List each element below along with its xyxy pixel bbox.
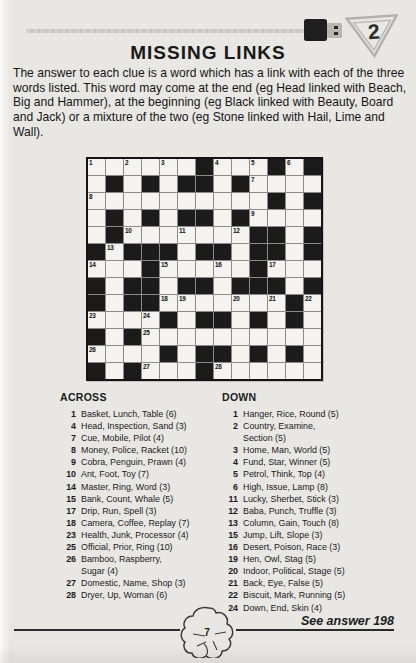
white-cell[interactable]: 10 [124, 227, 141, 243]
across-heading: ACROSS [60, 391, 216, 403]
black-cell [106, 176, 123, 192]
white-cell[interactable] [304, 261, 321, 277]
black-cell [196, 312, 213, 328]
down-heading: DOWN [222, 391, 402, 403]
white-cell[interactable] [178, 329, 195, 345]
black-cell [196, 346, 213, 362]
cell-number: 24 [143, 312, 150, 320]
clue-text: Dryer, Up, Woman (6) [81, 589, 216, 601]
white-cell[interactable]: 28 [214, 363, 231, 379]
white-cell[interactable] [160, 329, 177, 345]
cell-number: 6 [287, 159, 290, 167]
clue-number: 14 [58, 481, 81, 493]
clue-text: Country, Examine,Section (5) [243, 420, 402, 444]
clue-text: Home, Man, World (5) [243, 444, 402, 456]
clue-item: 20Indoor, Political, Stage (5) [220, 565, 402, 577]
clue-item: 10Ant, Foot, Toy (7) [58, 468, 216, 480]
black-cell [304, 244, 321, 260]
black-cell [142, 176, 159, 192]
black-cell [124, 363, 141, 379]
clue-item: 14Master, Ring, Word (3) [58, 481, 216, 493]
clue-item: 4Fund, Star, Winner (5) [220, 456, 402, 468]
white-cell[interactable] [286, 227, 303, 243]
black-cell [196, 159, 213, 175]
white-cell[interactable] [196, 295, 213, 311]
clue-number: 12 [220, 505, 243, 517]
clue-item: 2Country, Examine,Section (5) [220, 420, 402, 444]
white-cell[interactable] [250, 363, 267, 379]
clue-number: 4 [220, 456, 243, 468]
black-cell [178, 176, 195, 192]
black-cell [142, 295, 159, 311]
cell-number: 3 [161, 159, 164, 167]
black-cell [250, 346, 267, 362]
white-cell[interactable] [196, 329, 213, 345]
white-cell[interactable] [232, 159, 249, 175]
black-cell [178, 278, 195, 294]
white-cell[interactable] [124, 176, 141, 192]
white-cell[interactable] [286, 261, 303, 277]
clue-item: 3Home, Man, World (5) [220, 444, 402, 456]
clue-text: Hanger, Rice, Round (5) [243, 408, 402, 420]
clue-number: 5 [220, 468, 243, 480]
clue-text: Domestic, Name, Shop (3) [81, 577, 216, 589]
black-cell [232, 176, 249, 192]
clue-number: 27 [58, 577, 81, 589]
black-cell [88, 244, 105, 260]
cell-number: 4 [215, 159, 218, 167]
leaf-page-number-icon: 7 [179, 606, 237, 658]
white-cell[interactable] [268, 346, 285, 362]
clue-text: Hen, Owl, Stag (5) [243, 553, 402, 565]
clue-item: 8Money, Police, Racket (10) [58, 444, 216, 456]
white-cell[interactable] [142, 227, 159, 243]
clue-text: Down, End, Skin (4) [243, 602, 402, 614]
white-cell[interactable] [232, 244, 249, 260]
white-cell[interactable] [286, 244, 303, 260]
black-cell [286, 312, 303, 328]
cell-number: 27 [143, 363, 150, 371]
white-cell[interactable] [88, 210, 105, 226]
black-cell [160, 312, 177, 328]
black-cell [268, 227, 285, 243]
black-cell [304, 278, 321, 294]
black-cell [124, 244, 141, 260]
white-cell[interactable] [214, 278, 231, 294]
clue-text: Petrol, Think, Top (4) [243, 468, 402, 480]
black-cell [232, 210, 249, 226]
cell-number: 20 [233, 295, 240, 303]
white-cell[interactable]: 4 [214, 159, 231, 175]
clue-number: 13 [220, 517, 243, 529]
white-cell[interactable] [160, 363, 177, 379]
white-cell[interactable] [214, 176, 231, 192]
cell-number: 7 [251, 176, 254, 184]
footer-rule-right [236, 629, 394, 631]
white-cell[interactable]: 26 [88, 346, 105, 362]
clue-number: 10 [58, 468, 81, 480]
clue-text: Official, Prior, Ring (10) [81, 541, 216, 553]
white-cell[interactable]: 15 [160, 261, 177, 277]
white-cell[interactable]: 5 [250, 159, 267, 175]
clue-text: Bank, Count, Whale (5) [81, 493, 216, 505]
cell-number: 13 [107, 244, 114, 252]
white-cell[interactable] [178, 261, 195, 277]
white-cell[interactable] [106, 312, 123, 328]
clue-item: 23Health, Junk, Processor (4) [58, 529, 216, 541]
black-cell [196, 210, 213, 226]
white-cell[interactable] [160, 176, 177, 192]
white-cell[interactable] [286, 210, 303, 226]
black-cell [142, 244, 159, 260]
clue-item: 24Down, End, Skin (4) [220, 602, 402, 614]
white-cell[interactable] [268, 176, 285, 192]
white-cell[interactable] [232, 329, 249, 345]
white-cell[interactable] [232, 312, 249, 328]
clue-text: Baba, Punch, Truffle (3) [243, 505, 402, 517]
clue-number: 9 [58, 456, 81, 468]
white-cell[interactable] [268, 312, 285, 328]
white-cell[interactable] [160, 227, 177, 243]
black-cell [124, 278, 141, 294]
black-cell [250, 244, 267, 260]
footer-rule-left [14, 629, 180, 631]
clue-number: 21 [220, 577, 243, 589]
white-cell[interactable] [232, 261, 249, 277]
black-cell [268, 244, 285, 260]
page-edge-curl [0, 0, 10, 663]
clue-item: 1Hanger, Rice, Round (5) [220, 408, 402, 420]
cell-number: 23 [89, 312, 96, 320]
white-cell[interactable] [286, 176, 303, 192]
across-clue-list: 1Basket, Lunch, Table (6)4Head, Inspecti… [58, 408, 216, 602]
clue-number: 26 [58, 553, 81, 577]
cell-number: 16 [215, 261, 222, 269]
cell-number: 22 [305, 295, 312, 303]
black-cell [214, 346, 231, 362]
clue-item: 18Camera, Coffee, Replay (7) [58, 517, 216, 529]
black-cell [304, 159, 321, 175]
cell-number: 25 [143, 329, 150, 337]
clue-item: 17Drip, Run, Spell (3) [58, 505, 216, 517]
cell-number: 28 [215, 363, 222, 371]
clue-number: 28 [58, 589, 81, 601]
white-cell[interactable] [232, 193, 249, 209]
white-cell[interactable]: 12 [232, 227, 249, 243]
white-cell[interactable]: 11 [178, 227, 195, 243]
black-cell [250, 227, 267, 243]
white-cell[interactable]: 27 [142, 363, 159, 379]
clue-item: 5Petrol, Think, Top (4) [220, 468, 402, 480]
puzzle-instructions: The answer to each clue is a word which … [13, 66, 408, 140]
cell-number: 11 [179, 227, 185, 235]
cell-number: 18 [161, 295, 168, 303]
white-cell[interactable] [196, 261, 213, 277]
white-cell[interactable] [214, 193, 231, 209]
clue-text: Drip, Run, Spell (3) [81, 505, 216, 517]
clue-text: Indoor, Political, Stage (5) [243, 565, 402, 577]
white-cell[interactable]: 14 [88, 261, 105, 277]
white-cell[interactable] [106, 363, 123, 379]
clue-text: Head, Inspection, Sand (3) [81, 420, 216, 432]
see-answer-note: See answer 198 [301, 614, 394, 628]
clue-number: 18 [58, 517, 81, 529]
black-cell [268, 278, 285, 294]
white-cell[interactable] [124, 312, 141, 328]
clue-text: Camera, Coffee, Replay (7) [81, 517, 216, 529]
white-cell[interactable]: 9 [250, 210, 267, 226]
white-cell[interactable] [178, 244, 195, 260]
black-cell [214, 244, 231, 260]
white-cell[interactable] [106, 346, 123, 362]
clue-item: 25Official, Prior, Ring (10) [58, 541, 216, 553]
clue-number: 7 [58, 432, 81, 444]
clue-item: 7Cue, Mobile, Pilot (4) [58, 432, 216, 444]
cell-number: 21 [269, 295, 276, 303]
white-cell[interactable] [106, 159, 123, 175]
white-cell[interactable]: 17 [268, 261, 285, 277]
cell-number: 19 [179, 295, 186, 303]
clue-item: 15Bank, Count, Whale (5) [58, 493, 216, 505]
white-cell[interactable] [268, 363, 285, 379]
white-cell[interactable]: 13 [106, 244, 123, 260]
white-cell[interactable]: 1 [88, 159, 105, 175]
clue-text: Cue, Mobile, Pilot (4) [81, 432, 216, 444]
white-cell[interactable]: 22 [304, 295, 321, 311]
white-cell[interactable]: 8 [88, 193, 105, 209]
clue-item: 16Desert, Poison, Race (3) [220, 541, 402, 553]
clue-item: 11Lucky, Sherbet, Stick (3) [220, 493, 402, 505]
clue-number: 1 [58, 408, 81, 420]
black-cell [250, 278, 267, 294]
clue-text: Jump, Lift, Slope (3) [243, 529, 402, 541]
white-cell[interactable] [160, 210, 177, 226]
white-cell[interactable] [304, 210, 321, 226]
white-cell[interactable] [304, 363, 321, 379]
white-cell[interactable] [268, 329, 285, 345]
black-cell [214, 312, 231, 328]
white-cell[interactable] [286, 278, 303, 294]
black-cell [124, 329, 141, 345]
clue-item: 12Baba, Punch, Truffle (3) [220, 505, 402, 517]
white-cell[interactable] [214, 329, 231, 345]
white-cell[interactable] [124, 261, 141, 277]
white-cell[interactable] [178, 193, 195, 209]
white-cell[interactable] [214, 227, 231, 243]
black-cell [124, 295, 141, 311]
white-cell[interactable] [286, 193, 303, 209]
cell-number: 12 [233, 227, 240, 235]
cell-number: 10 [125, 227, 132, 235]
white-cell[interactable] [106, 261, 123, 277]
clue-number: 3 [220, 444, 243, 456]
white-cell[interactable] [178, 312, 195, 328]
cell-number: 2 [125, 159, 128, 167]
clue-item: 21Back, Eye, False (5) [220, 577, 402, 589]
cell-number: 9 [251, 210, 254, 218]
clue-item: 6High, Issue, Lamp (8) [220, 481, 402, 493]
clue-number: 11 [220, 493, 243, 505]
white-cell[interactable] [214, 295, 231, 311]
black-cell [196, 244, 213, 260]
white-cell[interactable]: 16 [214, 261, 231, 277]
white-cell[interactable] [286, 329, 303, 345]
clue-text: Desert, Poison, Race (3) [243, 541, 402, 553]
clue-number: 6 [220, 481, 243, 493]
usb-cable-line [26, 29, 306, 33]
white-cell[interactable]: 2 [124, 159, 141, 175]
white-cell[interactable] [250, 193, 267, 209]
white-cell[interactable] [304, 312, 321, 328]
cell-number: 1 [89, 159, 92, 167]
black-cell [196, 363, 213, 379]
white-cell[interactable] [214, 210, 231, 226]
white-cell[interactable] [178, 159, 195, 175]
black-cell [160, 244, 177, 260]
cell-number: 14 [89, 261, 96, 269]
clue-number: 15 [58, 493, 81, 505]
black-cell [304, 193, 321, 209]
black-cell [142, 261, 159, 277]
black-cell [160, 346, 177, 362]
white-cell[interactable]: 23 [88, 312, 105, 328]
black-cell [142, 210, 159, 226]
clue-number: 2 [220, 420, 243, 444]
white-cell[interactable] [106, 329, 123, 345]
black-cell [286, 295, 303, 311]
white-cell[interactable]: 3 [160, 159, 177, 175]
clue-number: 1 [220, 408, 243, 420]
clue-item: 13Column, Gain, Touch (8) [220, 517, 402, 529]
white-cell[interactable] [106, 278, 123, 294]
black-cell [286, 346, 303, 362]
clue-item: 9Cobra, Penguin, Prawn (4) [58, 456, 216, 468]
black-cell [250, 312, 267, 328]
white-cell[interactable] [160, 278, 177, 294]
white-cell[interactable] [88, 227, 105, 243]
white-cell[interactable] [304, 346, 321, 362]
clue-item: 22Biscuit, Mark, Running (5) [220, 589, 402, 601]
clue-item: 15Jump, Lift, Slope (3) [220, 529, 402, 541]
black-cell [142, 278, 159, 294]
cell-number: 17 [269, 261, 276, 269]
white-cell[interactable] [304, 176, 321, 192]
usb-pin-icon [334, 26, 338, 29]
black-cell [268, 193, 285, 209]
black-cell [88, 329, 105, 345]
clue-item: 27Domestic, Name, Shop (3) [58, 577, 216, 589]
white-cell[interactable] [124, 193, 141, 209]
clue-text: Column, Gain, Touch (8) [243, 517, 402, 529]
clue-number: 19 [220, 553, 243, 565]
white-cell[interactable] [178, 363, 195, 379]
clue-item: 4Head, Inspection, Sand (3) [58, 420, 216, 432]
white-cell[interactable]: 19 [178, 295, 195, 311]
cell-number: 15 [161, 261, 168, 269]
black-cell [250, 261, 267, 277]
black-cell [106, 210, 123, 226]
white-cell[interactable]: 18 [160, 295, 177, 311]
clue-number: 15 [220, 529, 243, 541]
clue-number: 25 [58, 541, 81, 553]
white-cell[interactable] [250, 329, 267, 345]
white-cell[interactable] [196, 193, 213, 209]
across-clues-section: ACROSS 1Basket, Lunch, Table (6)4Head, I… [58, 391, 216, 602]
clue-text: Lucky, Sherbet, Stick (3) [243, 493, 402, 505]
clue-text: Bamboo, Raspberry,Sugar (4) [81, 553, 216, 577]
white-cell[interactable] [160, 193, 177, 209]
black-cell [196, 176, 213, 192]
crossword-grid: 1234567891011121314151617181920212223242… [86, 157, 323, 381]
white-cell[interactable]: 20 [232, 295, 249, 311]
white-cell[interactable]: 6 [286, 159, 303, 175]
clue-text: Basket, Lunch, Table (6) [81, 408, 216, 420]
black-cell [196, 278, 213, 294]
black-cell [106, 227, 123, 243]
clue-number: 22 [220, 589, 243, 601]
white-cell[interactable]: 7 [250, 176, 267, 192]
white-cell[interactable] [304, 329, 321, 345]
black-cell [178, 210, 195, 226]
down-clues-section: DOWN 1Hanger, Rice, Round (5)2Country, E… [220, 391, 402, 614]
page-title: MISSING LINKS [0, 42, 416, 64]
black-cell [268, 159, 285, 175]
clue-number: 4 [58, 420, 81, 432]
white-cell[interactable] [124, 346, 141, 362]
white-cell[interactable] [142, 346, 159, 362]
white-cell[interactable] [232, 363, 249, 379]
clue-item: 26Bamboo, Raspberry,Sugar (4) [58, 553, 216, 577]
white-cell[interactable] [106, 295, 123, 311]
white-cell[interactable]: 24 [142, 312, 159, 328]
cell-number: 26 [89, 346, 96, 354]
white-cell[interactable] [178, 346, 195, 362]
page-number: 7 [204, 627, 210, 638]
clue-text: Money, Police, Racket (10) [81, 444, 216, 456]
clue-text: Biscuit, Mark, Running (5) [243, 589, 402, 601]
clue-item: 28Dryer, Up, Woman (6) [58, 589, 216, 601]
white-cell[interactable] [250, 295, 267, 311]
clue-text: High, Issue, Lamp (8) [243, 481, 402, 493]
clue-number: 8 [58, 444, 81, 456]
clue-text: Fund, Star, Winner (5) [243, 456, 402, 468]
clue-number: 16 [220, 541, 243, 553]
white-cell[interactable] [142, 159, 159, 175]
usb-connector-icon [304, 19, 327, 41]
white-cell[interactable] [232, 346, 249, 362]
white-cell[interactable] [124, 210, 141, 226]
white-cell[interactable] [106, 193, 123, 209]
black-cell [88, 363, 105, 379]
clue-text: Cobra, Penguin, Prawn (4) [81, 456, 216, 468]
white-cell[interactable] [142, 193, 159, 209]
white-cell[interactable] [88, 176, 105, 192]
white-cell[interactable]: 25 [142, 329, 159, 345]
clue-item: 1Basket, Lunch, Table (6) [58, 408, 216, 420]
clue-text: Master, Ring, Word (3) [81, 481, 216, 493]
black-cell [304, 227, 321, 243]
clue-item: 19Hen, Owl, Stag (5) [220, 553, 402, 565]
cell-number: 5 [251, 159, 254, 167]
white-cell[interactable]: 21 [268, 295, 285, 311]
black-cell [88, 278, 105, 294]
clue-number: 23 [58, 529, 81, 541]
white-cell[interactable] [268, 210, 285, 226]
white-cell[interactable] [286, 363, 303, 379]
black-cell [88, 295, 105, 311]
clue-number: 20 [220, 565, 243, 577]
white-cell[interactable] [196, 227, 213, 243]
